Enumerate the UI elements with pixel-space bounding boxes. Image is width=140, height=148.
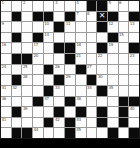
black-cell-r12c7 bbox=[65, 118, 75, 128]
grid-cell-r1c6[interactable]: 3 bbox=[54, 1, 64, 11]
black-cell-r5c6 bbox=[54, 43, 64, 53]
clue-number: 33 bbox=[55, 86, 60, 90]
grid-cell-r1c12[interactable]: 6 bbox=[119, 1, 129, 11]
grid-cell-r2c9[interactable]: 8 bbox=[87, 12, 97, 22]
clue-number: 22 bbox=[98, 54, 103, 58]
black-cell-r10c7 bbox=[65, 97, 75, 107]
grid-cell-r4c5[interactable]: 14 bbox=[44, 33, 54, 43]
grid-cell-r3c13[interactable]: 13 bbox=[129, 22, 139, 32]
grid-cell-r2c1[interactable] bbox=[1, 12, 11, 22]
black-cell-r2c7 bbox=[65, 12, 75, 22]
grid-cell-r6c10[interactable]: 22 bbox=[97, 54, 107, 64]
clue-number: 4 bbox=[76, 1, 78, 5]
grid-cell-r4c7[interactable] bbox=[65, 33, 75, 43]
black-cell-r6c7 bbox=[65, 54, 75, 64]
grid-cell-r11c11[interactable] bbox=[108, 107, 118, 117]
grid-cell-r12c8[interactable]: 43 bbox=[76, 118, 86, 128]
grid-cell-r7c7[interactable] bbox=[65, 65, 75, 75]
black-cell-r2c11 bbox=[108, 12, 118, 22]
black-cell-r13c2 bbox=[12, 128, 22, 138]
grid-cell-r3c4[interactable] bbox=[33, 22, 43, 32]
black-cell-r9c5 bbox=[44, 86, 54, 96]
grid-cell-r7c10[interactable] bbox=[97, 65, 107, 75]
grid-cell-r1c3[interactable]: 2 bbox=[22, 1, 32, 11]
grid-cell-r8c8[interactable] bbox=[76, 75, 86, 85]
grid-cell-r2c8[interactable]: 7 bbox=[76, 12, 86, 22]
bottom-border-bar bbox=[0, 139, 140, 148]
clue-number: 45 bbox=[76, 128, 81, 132]
clue-number: 28 bbox=[23, 75, 28, 79]
grid-cell-r3c3[interactable] bbox=[22, 22, 32, 32]
grid-cell-r9c11[interactable]: 35 bbox=[108, 86, 118, 96]
grid-cell-r1c7[interactable] bbox=[65, 1, 75, 11]
grid-cell-r7c6[interactable]: 26 bbox=[54, 65, 64, 75]
grid-cell-r1c8[interactable]: 4 bbox=[76, 1, 86, 11]
crossword-screenshot: 12345678✕9101112131415161718192021222324… bbox=[0, 0, 140, 148]
grid-cell-r8c10[interactable]: 30 bbox=[97, 75, 107, 85]
black-cell-r13c11 bbox=[108, 128, 118, 138]
grid-cell-r1c1[interactable]: 1 bbox=[1, 1, 11, 11]
grid-cell-r5c5[interactable] bbox=[44, 43, 54, 53]
black-cell-r11c10 bbox=[97, 107, 107, 117]
grid-cell-r1c4[interactable] bbox=[33, 1, 43, 11]
grid-cell-r5c2[interactable] bbox=[12, 43, 22, 53]
grid-cell-r7c12[interactable] bbox=[119, 65, 129, 75]
grid-cell-r4c12[interactable]: 15 bbox=[119, 33, 129, 43]
grid-cell-r1c5[interactable] bbox=[44, 1, 54, 11]
grid-cell-r3c8[interactable] bbox=[76, 22, 86, 32]
grid-cell-r12c9[interactable] bbox=[87, 118, 97, 128]
grid-cell-r7c11[interactable] bbox=[108, 65, 118, 75]
crosshatch-cell-r2c10: ✕ bbox=[97, 12, 107, 22]
black-cell-r7c5 bbox=[44, 65, 54, 75]
black-cell-r12c10 bbox=[97, 118, 107, 128]
grid-cell-r4c3[interactable] bbox=[22, 33, 32, 43]
grid-cell-r10c1[interactable]: 36 bbox=[1, 97, 11, 107]
grid-cell-r4c13[interactable] bbox=[129, 33, 139, 43]
clue-number: 17 bbox=[34, 43, 39, 47]
black-cell-r5c13 bbox=[129, 43, 139, 53]
grid-cell-r13c8[interactable]: 45 bbox=[76, 128, 86, 138]
grid-cell-r4c8[interactable] bbox=[76, 33, 86, 43]
black-cell-r4c2 bbox=[12, 33, 22, 43]
black-cell-r4c11 bbox=[108, 33, 118, 43]
black-cell-r13c13 bbox=[129, 128, 139, 138]
clue-number: 21 bbox=[76, 54, 81, 58]
grid-cell-r12c3[interactable] bbox=[22, 118, 32, 128]
black-cell-r11c2 bbox=[12, 107, 22, 117]
grid-cell-r6c1[interactable] bbox=[1, 54, 11, 64]
grid-cell-r12c11[interactable] bbox=[108, 118, 118, 128]
grid-cell-r11c7[interactable] bbox=[65, 107, 75, 117]
grid-cell-r10c11[interactable] bbox=[108, 97, 118, 107]
grid-cell-r9c6[interactable]: 33 bbox=[54, 86, 64, 96]
clue-number: 14 bbox=[44, 33, 49, 37]
grid-cell-r8c1[interactable] bbox=[1, 75, 11, 85]
clue-number: 26 bbox=[55, 65, 60, 69]
grid-cell-r6c5[interactable] bbox=[44, 54, 54, 64]
grid-cell-r5c4[interactable]: 17 bbox=[33, 43, 43, 53]
grid-cell-r5c12[interactable] bbox=[119, 43, 129, 53]
grid-cell-r5c8[interactable]: 18 bbox=[76, 43, 86, 53]
grid-cell-r2c12[interactable] bbox=[119, 12, 129, 22]
clue-number: 44 bbox=[34, 128, 39, 132]
grid-cell-r12c6[interactable]: 42 bbox=[54, 118, 64, 128]
grid-cell-r1c11[interactable]: 5 bbox=[108, 1, 118, 11]
grid-cell-r13c10[interactable] bbox=[97, 128, 107, 138]
clue-number: 43 bbox=[76, 118, 81, 122]
clue-number: 30 bbox=[98, 75, 103, 79]
clue-number: 23 bbox=[130, 54, 135, 58]
clue-number: 3 bbox=[55, 1, 57, 5]
grid-cell-r11c1[interactable] bbox=[1, 107, 11, 117]
grid-cell-r3c12[interactable] bbox=[119, 22, 129, 32]
black-cell-r7c8 bbox=[76, 65, 86, 75]
clue-number: 24 bbox=[2, 65, 7, 69]
grid-cell-r13c4[interactable]: 44 bbox=[33, 128, 43, 138]
black-cell-r4c4 bbox=[33, 33, 43, 43]
grid-cell-r6c8[interactable]: 21 bbox=[76, 54, 86, 64]
clue-number: 8 bbox=[87, 12, 89, 16]
clue-number: 39 bbox=[23, 107, 28, 111]
clue-number: 31 bbox=[2, 86, 7, 90]
clue-number: 2 bbox=[23, 1, 25, 5]
grid-cell-r13c1[interactable] bbox=[1, 128, 11, 138]
grid-cell-r9c9[interactable]: 34 bbox=[87, 86, 97, 96]
clue-number: 10 bbox=[44, 22, 49, 26]
grid-cell-r10c6[interactable] bbox=[54, 97, 64, 107]
black-cell-r2c13 bbox=[129, 12, 139, 22]
grid-cell-r8c3[interactable]: 28 bbox=[22, 75, 32, 85]
grid-cell-r3c9[interactable] bbox=[87, 22, 97, 32]
grid-cell-r4c1[interactable] bbox=[1, 33, 11, 43]
clue-number: 35 bbox=[108, 86, 113, 90]
grid-cell-r7c2[interactable] bbox=[12, 65, 22, 75]
grid-cell-r9c3[interactable] bbox=[22, 86, 32, 96]
crossword-board: 12345678✕9101112131415161718192021222324… bbox=[0, 0, 140, 139]
grid-cell-r9c8[interactable] bbox=[76, 86, 86, 96]
clue-number: 9 bbox=[2, 22, 4, 26]
grid-cell-r10c3[interactable] bbox=[22, 97, 32, 107]
black-cell-r11c6 bbox=[54, 107, 64, 117]
cross-mark-icon: ✕ bbox=[99, 12, 106, 20]
grid-cell-r5c9[interactable] bbox=[87, 43, 97, 53]
black-cell-r2c4 bbox=[33, 12, 43, 22]
black-cell-r6c2 bbox=[12, 54, 22, 64]
grid-cell-r3c11[interactable]: 12 bbox=[108, 22, 118, 32]
grid-cell-r8c5[interactable] bbox=[44, 75, 54, 85]
black-cell-r8c2 bbox=[12, 75, 22, 85]
clue-number: 34 bbox=[87, 86, 92, 90]
black-cell-r11c8 bbox=[76, 107, 86, 117]
grid-cell-r11c3[interactable]: 39 bbox=[22, 107, 32, 117]
grid-cell-r8c13[interactable] bbox=[129, 75, 139, 85]
black-cell-r1c10 bbox=[97, 1, 107, 11]
grid-cell-r3c5[interactable]: 10 bbox=[44, 22, 54, 32]
grid-cell-r13c12[interactable] bbox=[119, 128, 129, 138]
grid-cell-r6c12[interactable] bbox=[119, 54, 129, 64]
black-cell-r12c12 bbox=[119, 118, 129, 128]
clue-number: 11 bbox=[66, 22, 71, 26]
clue-number: 20 bbox=[34, 54, 39, 58]
clue-number: 15 bbox=[119, 33, 124, 37]
clue-number: 18 bbox=[76, 43, 81, 47]
clue-number: 13 bbox=[130, 22, 135, 26]
grid-cell-r8c4[interactable] bbox=[33, 75, 43, 85]
black-cell-r11c12 bbox=[119, 107, 129, 117]
grid-cell-r9c7[interactable] bbox=[65, 86, 75, 96]
clue-number: 38 bbox=[76, 97, 81, 101]
grid-cell-r5c11[interactable]: 19 bbox=[108, 43, 118, 53]
grid-cell-r13c9[interactable] bbox=[87, 128, 97, 138]
black-cell-r1c9 bbox=[87, 1, 97, 11]
clue-number: 41 bbox=[2, 118, 7, 122]
black-cell-r10c12 bbox=[119, 97, 129, 107]
clue-number: 36 bbox=[2, 97, 7, 101]
grid-cell-r10c8[interactable]: 38 bbox=[76, 97, 86, 107]
black-cell-r5c7 bbox=[65, 43, 75, 53]
grid-cell-r9c2[interactable]: 32 bbox=[12, 86, 22, 96]
black-cell-r3c6 bbox=[54, 22, 64, 32]
grid-cell-r7c9[interactable]: 27 bbox=[87, 65, 97, 75]
grid-cell-r6c11[interactable] bbox=[108, 54, 118, 64]
clue-number: 12 bbox=[108, 22, 113, 26]
grid-cell-r12c1[interactable]: 41 bbox=[1, 118, 11, 128]
grid-cell-r6c13[interactable]: 23 bbox=[129, 54, 139, 64]
grid-cell-r3c2[interactable] bbox=[12, 22, 22, 32]
grid-cell-r10c10[interactable] bbox=[97, 97, 107, 107]
grid-cell-r6c4[interactable]: 20 bbox=[33, 54, 43, 64]
grid-cell-r9c12[interactable] bbox=[119, 86, 129, 96]
grid-cell-r3c7[interactable]: 11 bbox=[65, 22, 75, 32]
clue-number: 29 bbox=[66, 75, 71, 79]
grid-cell-r9c4[interactable] bbox=[33, 86, 43, 96]
grid-cell-r11c13[interactable]: 40 bbox=[129, 107, 139, 117]
grid-cell-r3c1[interactable]: 9 bbox=[1, 22, 11, 32]
grid-cell-r7c13[interactable] bbox=[129, 65, 139, 75]
grid-cell-r11c4[interactable] bbox=[33, 107, 43, 117]
black-cell-r3c10 bbox=[97, 22, 107, 32]
black-cell-r10c13 bbox=[129, 97, 139, 107]
grid-cell-r5c1[interactable]: 16 bbox=[1, 43, 11, 53]
grid-cell-r4c10[interactable] bbox=[97, 33, 107, 43]
grid-cell-r5c3[interactable] bbox=[22, 43, 32, 53]
black-cell-r12c5 bbox=[44, 118, 54, 128]
grid-cell-r2c3[interactable] bbox=[22, 12, 32, 22]
grid-cell-r11c9[interactable] bbox=[87, 107, 97, 117]
grid-cell-r7c4[interactable] bbox=[33, 65, 43, 75]
grid-cell-r8c12[interactable] bbox=[119, 75, 129, 85]
black-cell-r10c4 bbox=[33, 97, 43, 107]
black-cell-r13c3 bbox=[22, 128, 32, 138]
clue-number: 40 bbox=[130, 107, 135, 111]
grid-cell-r4c6[interactable] bbox=[54, 33, 64, 43]
black-cell-r9c10 bbox=[97, 86, 107, 96]
grid-cell-r12c13[interactable] bbox=[129, 118, 139, 128]
black-cell-r13c7 bbox=[65, 128, 75, 138]
grid-cell-r12c4[interactable] bbox=[33, 118, 43, 128]
grid-cell-r9c13[interactable] bbox=[129, 86, 139, 96]
clue-number: 6 bbox=[119, 1, 121, 5]
grid-cell-r6c9[interactable] bbox=[87, 54, 97, 64]
clue-number: 37 bbox=[44, 97, 49, 101]
black-cell-r8c9 bbox=[87, 75, 97, 85]
grid-cell-r4c9[interactable] bbox=[87, 33, 97, 43]
grid-cell-r1c13[interactable] bbox=[129, 1, 139, 11]
grid-cell-r1c2[interactable] bbox=[12, 1, 22, 11]
grid-cell-r6c6[interactable] bbox=[54, 54, 64, 64]
grid-cell-r10c5[interactable]: 37 bbox=[44, 97, 54, 107]
grid-cell-r8c7[interactable]: 29 bbox=[65, 75, 75, 85]
black-cell-r2c5 bbox=[44, 12, 54, 22]
clue-number: 25 bbox=[23, 65, 28, 69]
clue-number: 19 bbox=[108, 43, 113, 47]
grid-cell-r9c1[interactable]: 31 bbox=[1, 86, 11, 96]
black-cell-r6c3 bbox=[22, 54, 32, 64]
grid-cell-r10c2[interactable] bbox=[12, 97, 22, 107]
black-cell-r2c2 bbox=[12, 12, 22, 22]
clue-number: 1 bbox=[2, 1, 4, 5]
grid-cell-r7c1[interactable]: 24 bbox=[1, 65, 11, 75]
clue-number: 32 bbox=[12, 86, 17, 90]
clue-number: 16 bbox=[2, 43, 7, 47]
grid-cell-r13c5[interactable] bbox=[44, 128, 54, 138]
grid-cell-r8c11[interactable] bbox=[108, 75, 118, 85]
clue-number: 42 bbox=[55, 118, 60, 122]
clue-number: 5 bbox=[108, 1, 110, 5]
grid-cell-r10c9[interactable] bbox=[87, 97, 97, 107]
black-cell-r8c6 bbox=[54, 75, 64, 85]
black-cell-r5c10 bbox=[97, 43, 107, 53]
clue-number: 27 bbox=[87, 65, 92, 69]
grid-cell-r13c6[interactable] bbox=[54, 128, 64, 138]
grid-cell-r12c2[interactable] bbox=[12, 118, 22, 128]
grid-cell-r7c3[interactable]: 25 bbox=[22, 65, 32, 75]
clue-number: 7 bbox=[76, 12, 78, 16]
grid-cell-r2c6[interactable] bbox=[54, 12, 64, 22]
grid-cell-r11c5[interactable] bbox=[44, 107, 54, 117]
